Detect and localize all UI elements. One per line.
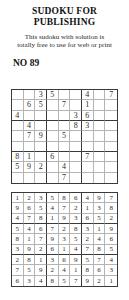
solution-cell-r9c6: 7 bbox=[70, 276, 82, 286]
solution-cell-r7c2: 8 bbox=[24, 255, 36, 265]
puzzle-cell-r3c6: 3 bbox=[70, 111, 82, 121]
solution-cell-r7c1: 2 bbox=[12, 255, 24, 265]
puzzle-cell-r1c2 bbox=[24, 90, 36, 100]
solution-cell-r2c2: 6 bbox=[24, 203, 36, 213]
solution-cell-r5c1: 8 bbox=[12, 234, 24, 244]
puzzle-cell-r6c4 bbox=[47, 142, 59, 152]
solution-cell-r8c1: 7 bbox=[12, 265, 24, 275]
puzzle-cell-r9c3 bbox=[35, 173, 47, 183]
puzzle-cell-r1c9: 7 bbox=[105, 90, 117, 100]
solution-cell-r9c9: 1 bbox=[105, 276, 117, 286]
puzzle-cell-r8c6 bbox=[70, 162, 82, 172]
solution-cell-r6c4: 6 bbox=[47, 245, 59, 255]
solution-cell-r1c3: 3 bbox=[35, 193, 47, 203]
solution-cell-r9c2: 3 bbox=[24, 276, 36, 286]
solution-cell-r8c2: 5 bbox=[24, 265, 36, 275]
puzzle-cell-r2c6 bbox=[70, 100, 82, 110]
solution-cell-r5c4: 9 bbox=[47, 234, 59, 244]
solution-cell-r4c1: 5 bbox=[12, 224, 24, 234]
puzzle-cell-r5c8 bbox=[94, 131, 106, 141]
solution-cell-r8c7: 8 bbox=[82, 265, 94, 275]
solution-cell-r6c2: 9 bbox=[24, 245, 36, 255]
puzzle-cell-r7c4: 6 bbox=[47, 152, 59, 162]
solution-cell-r2c7: 1 bbox=[82, 203, 94, 213]
solution-cell-r6c6: 4 bbox=[70, 245, 82, 255]
puzzle-cell-r5c3: 9 bbox=[35, 131, 47, 141]
sudoku-page: SUDOKU FOR PUBLISHING This sudoku with s… bbox=[0, 0, 129, 300]
solution-cell-r2c5: 7 bbox=[59, 203, 71, 213]
solution-cell-r4c5: 2 bbox=[59, 224, 71, 234]
puzzle-cell-r3c1: 4 bbox=[12, 111, 24, 121]
puzzle-cell-r6c8 bbox=[94, 142, 106, 152]
puzzle-cell-r6c9 bbox=[105, 142, 117, 152]
puzzle-cell-r5c6 bbox=[70, 131, 82, 141]
solution-cell-r9c8: 2 bbox=[94, 276, 106, 286]
puzzle-cell-r3c7: 6 bbox=[82, 111, 94, 121]
solution-cell-r2c6: 2 bbox=[70, 203, 82, 213]
puzzle-cell-r7c9 bbox=[105, 152, 117, 162]
puzzle-cell-r1c3: 3 bbox=[35, 90, 47, 100]
puzzle-cell-r4c1 bbox=[12, 121, 24, 131]
page-title: SUDOKU FOR PUBLISHING bbox=[0, 6, 129, 28]
puzzle-cell-r8c1: 5 bbox=[12, 162, 24, 172]
solution-cell-r6c3: 2 bbox=[35, 245, 47, 255]
puzzle-cell-r7c1: 8 bbox=[12, 152, 24, 162]
puzzle-cell-r3c9 bbox=[105, 111, 117, 121]
puzzle-cell-r3c3 bbox=[35, 111, 47, 121]
puzzle-cell-r6c3 bbox=[35, 142, 47, 152]
solution-cell-r5c7: 2 bbox=[82, 234, 94, 244]
puzzle-cell-r3c2 bbox=[24, 111, 36, 121]
puzzle-cell-r8c4 bbox=[47, 162, 59, 172]
puzzle-cell-r1c4: 5 bbox=[47, 90, 59, 100]
solution-cell-r3c3: 8 bbox=[35, 214, 47, 224]
puzzle-cell-r9c2 bbox=[24, 173, 36, 183]
solution-cell-r2c3: 5 bbox=[35, 203, 47, 213]
solution-cell-r4c7: 3 bbox=[82, 224, 94, 234]
puzzle-cell-r1c6 bbox=[70, 90, 82, 100]
puzzle-cell-r7c2: 1 bbox=[24, 152, 36, 162]
solution-cell-r1c1: 1 bbox=[12, 193, 24, 203]
puzzle-cell-r8c7 bbox=[82, 162, 94, 172]
puzzle-cell-r4c9 bbox=[105, 121, 117, 131]
solution-cell-r7c7: 5 bbox=[82, 255, 94, 265]
puzzle-cell-r1c8 bbox=[94, 90, 106, 100]
puzzle-cell-r1c5 bbox=[59, 90, 71, 100]
puzzle-cell-r4c7: 3 bbox=[82, 121, 94, 131]
solution-cell-r1c6: 6 bbox=[70, 193, 82, 203]
puzzle-cell-r7c7: 7 bbox=[82, 152, 94, 162]
puzzle-cell-r9c7 bbox=[82, 173, 94, 183]
solution-cell-r8c5: 4 bbox=[59, 265, 71, 275]
solution-cell-r1c5: 8 bbox=[59, 193, 71, 203]
solution-cell-r4c6: 8 bbox=[70, 224, 82, 234]
solution-cell-r4c9: 9 bbox=[105, 224, 117, 234]
puzzle-grid: 35476571436483795816759247 bbox=[11, 89, 118, 184]
puzzle-cell-r7c5 bbox=[59, 152, 71, 162]
solution-cell-r7c5: 6 bbox=[59, 255, 71, 265]
solution-cell-r7c6: 9 bbox=[70, 255, 82, 265]
puzzle-cell-r6c5 bbox=[59, 142, 71, 152]
puzzle-cell-r7c6 bbox=[70, 152, 82, 162]
solution-cell-r8c3: 9 bbox=[35, 265, 47, 275]
solution-cell-r1c8: 9 bbox=[94, 193, 106, 203]
puzzle-cell-r2c8 bbox=[94, 100, 106, 110]
puzzle-cell-r7c3 bbox=[35, 152, 47, 162]
solution-cell-r9c5: 5 bbox=[59, 276, 71, 286]
solution-cell-r6c9: 5 bbox=[105, 245, 117, 255]
puzzle-cell-r8c8 bbox=[94, 162, 106, 172]
solution-cell-r2c4: 4 bbox=[47, 203, 59, 213]
puzzle-cell-r4c3 bbox=[35, 121, 47, 131]
puzzle-cell-r3c5 bbox=[59, 111, 71, 121]
puzzle-cell-r9c4 bbox=[47, 173, 59, 183]
solution-cell-r2c8: 3 bbox=[94, 203, 106, 213]
solution-cell-r5c5: 3 bbox=[59, 234, 71, 244]
puzzle-cell-r1c1 bbox=[12, 90, 24, 100]
puzzle-cell-r6c1 bbox=[12, 142, 24, 152]
solution-cell-r7c3: 1 bbox=[35, 255, 47, 265]
puzzle-cell-r5c5: 5 bbox=[59, 131, 71, 141]
solution-cell-r9c3: 4 bbox=[35, 276, 47, 286]
solution-cell-r3c2: 7 bbox=[24, 214, 36, 224]
solution-cell-r7c8: 7 bbox=[94, 255, 106, 265]
solution-cell-r6c8: 8 bbox=[94, 245, 106, 255]
puzzle-cell-r4c6: 8 bbox=[70, 121, 82, 131]
puzzle-cell-r5c1 bbox=[12, 131, 24, 141]
solution-cell-r5c8: 4 bbox=[94, 234, 106, 244]
puzzle-cell-r5c9 bbox=[105, 131, 117, 141]
solution-cell-r3c9: 2 bbox=[105, 214, 117, 224]
solution-cell-r1c2: 2 bbox=[24, 193, 36, 203]
solution-cell-r8c9: 3 bbox=[105, 265, 117, 275]
solution-cell-r3c6: 3 bbox=[70, 214, 82, 224]
solution-cell-r6c5: 1 bbox=[59, 245, 71, 255]
puzzle-cell-r4c5 bbox=[59, 121, 71, 131]
solution-cell-r8c8: 6 bbox=[94, 265, 106, 275]
puzzle-cell-r4c4 bbox=[47, 121, 59, 131]
puzzle-cell-r2c1 bbox=[12, 100, 24, 110]
solution-cell-r7c9: 4 bbox=[105, 255, 117, 265]
puzzle-cell-r5c4 bbox=[47, 131, 59, 141]
solution-cell-r1c4: 5 bbox=[47, 193, 59, 203]
puzzle-cell-r9c5: 7 bbox=[59, 173, 71, 183]
puzzle-cell-r6c7 bbox=[82, 142, 94, 152]
puzzle-cell-r4c2: 4 bbox=[24, 121, 36, 131]
solution-cell-r5c2: 1 bbox=[24, 234, 36, 244]
solution-cell-r1c9: 7 bbox=[105, 193, 117, 203]
puzzle-cell-r8c3: 2 bbox=[35, 162, 47, 172]
solution-grid: 1235864979654721384781936525467283198179… bbox=[11, 192, 118, 287]
puzzle-cell-r8c5: 4 bbox=[59, 162, 71, 172]
solution-cell-r8c6: 1 bbox=[70, 265, 82, 275]
subtitle: This sudoku with solution is totally fre… bbox=[0, 33, 129, 49]
solution-cell-r4c3: 6 bbox=[35, 224, 47, 234]
solution-cell-r3c4: 1 bbox=[47, 214, 59, 224]
puzzle-cell-r9c1 bbox=[12, 173, 24, 183]
puzzle-cell-r6c6 bbox=[70, 142, 82, 152]
solution-cell-r9c4: 8 bbox=[47, 276, 59, 286]
puzzle-cell-r3c4 bbox=[47, 111, 59, 121]
puzzle-cell-r5c2: 7 bbox=[24, 131, 36, 141]
puzzle-cell-r9c6 bbox=[70, 173, 82, 183]
solution-cell-r4c2: 4 bbox=[24, 224, 36, 234]
puzzle-cell-r8c2: 9 bbox=[24, 162, 36, 172]
puzzle-cell-r7c8 bbox=[94, 152, 106, 162]
puzzle-cell-r9c9 bbox=[105, 173, 117, 183]
puzzle-cell-r2c7: 1 bbox=[82, 100, 94, 110]
solution-cell-r9c7: 9 bbox=[82, 276, 94, 286]
solution-cell-r2c1: 9 bbox=[12, 203, 24, 213]
puzzle-cell-r1c7: 4 bbox=[82, 90, 94, 100]
puzzle-cell-r2c4 bbox=[47, 100, 59, 110]
solution-cell-r3c5: 9 bbox=[59, 214, 71, 224]
solution-cell-r7c4: 3 bbox=[47, 255, 59, 265]
puzzle-cell-r5c7 bbox=[82, 131, 94, 141]
solution-cell-r5c3: 7 bbox=[35, 234, 47, 244]
puzzle-cell-r8c9 bbox=[105, 162, 117, 172]
puzzle-cell-r2c9 bbox=[105, 100, 117, 110]
solution-cell-r3c8: 5 bbox=[94, 214, 106, 224]
solution-cell-r3c1: 4 bbox=[12, 214, 24, 224]
solution-cell-r4c8: 1 bbox=[94, 224, 106, 234]
puzzle-cell-r2c2: 6 bbox=[24, 100, 36, 110]
subtitle-line-2: totally free to use for web or print bbox=[0, 41, 129, 49]
puzzle-number-label: NO 89 bbox=[13, 58, 129, 68]
puzzle-cell-r2c3: 5 bbox=[35, 100, 47, 110]
puzzle-cell-r6c2 bbox=[24, 142, 36, 152]
puzzle-cell-r3c8 bbox=[94, 111, 106, 121]
solution-cell-r5c6: 5 bbox=[70, 234, 82, 244]
puzzle-cell-r9c8 bbox=[94, 173, 106, 183]
solution-cell-r4c4: 7 bbox=[47, 224, 59, 234]
solution-cell-r6c1: 3 bbox=[12, 245, 24, 255]
subtitle-line-1: This sudoku with solution is bbox=[0, 33, 129, 41]
solution-cell-r5c9: 6 bbox=[105, 234, 117, 244]
solution-cell-r6c7: 7 bbox=[82, 245, 94, 255]
solution-cell-r3c7: 6 bbox=[82, 214, 94, 224]
solution-cell-r8c4: 2 bbox=[47, 265, 59, 275]
puzzle-cell-r4c8 bbox=[94, 121, 106, 131]
solution-cell-r1c7: 4 bbox=[82, 193, 94, 203]
puzzle-cell-r2c5: 7 bbox=[59, 100, 71, 110]
solution-cell-r9c1: 6 bbox=[12, 276, 24, 286]
solution-cell-r2c9: 8 bbox=[105, 203, 117, 213]
